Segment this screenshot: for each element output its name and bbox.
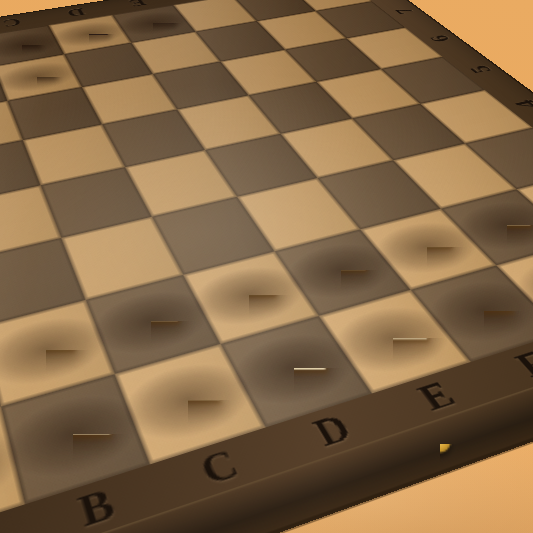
rank-label-right-7: 7	[383, 3, 425, 20]
photo-scene: AA11BB22CC33DD44EE55FF66GG77HH88♜♞♝♛♚♟♟♟…	[0, 0, 533, 533]
brass-pin-head-icon	[429, 431, 450, 452]
file-label-bottom-f: F	[495, 339, 533, 391]
chess-board: AA11BB22CC33DD44EE55FF66GG77HH88♜♞♝♛♚♟♟♟…	[0, 0, 533, 533]
file-label-bottom-a: A	[0, 514, 1, 533]
